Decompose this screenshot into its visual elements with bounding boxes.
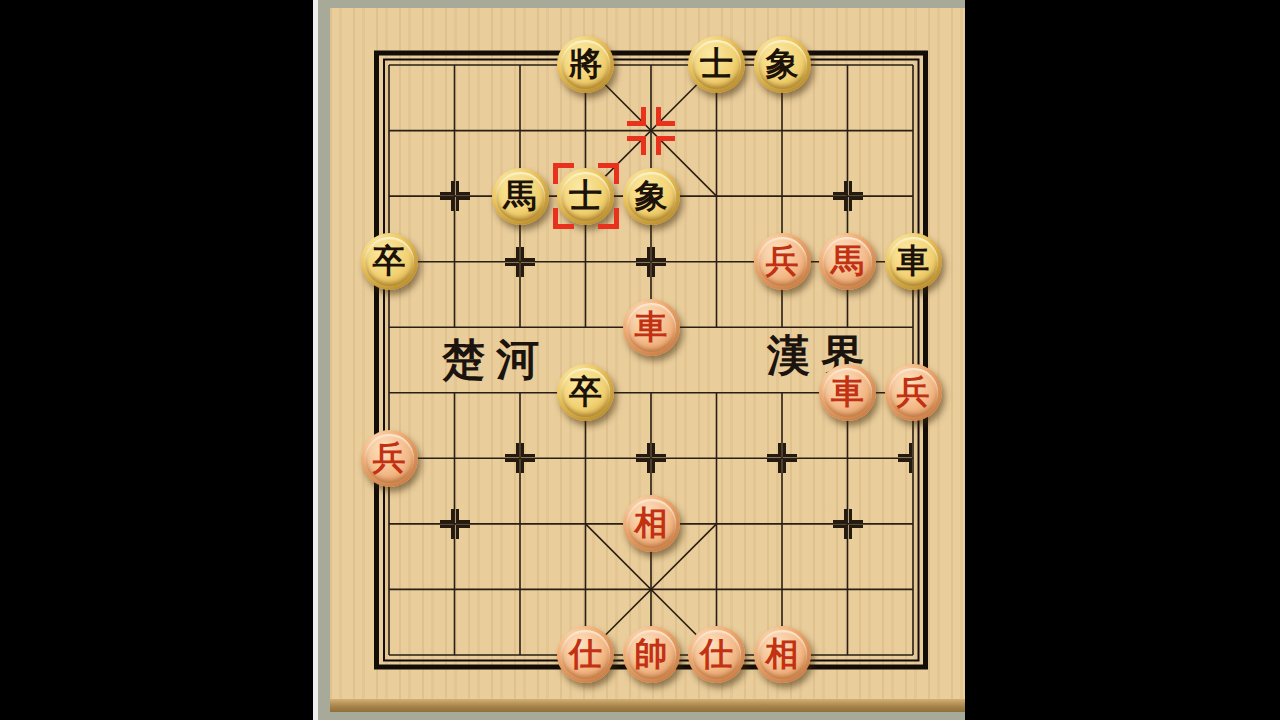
piece-character: 卒 [569, 375, 602, 408]
piece-character: 兵 [897, 375, 930, 408]
piece-character: 象 [635, 179, 668, 212]
star-point-mark [505, 443, 535, 473]
piece-black-elephant[interactable]: 象 [754, 36, 811, 93]
piece-character: 象 [766, 47, 799, 80]
piece-character: 相 [635, 506, 668, 539]
piece-black-chariot[interactable]: 車 [885, 233, 942, 290]
piece-character: 帥 [635, 637, 668, 670]
piece-character: 士 [700, 47, 733, 80]
piece-red-horse[interactable]: 馬 [819, 233, 876, 290]
last-move-from-marker [627, 107, 675, 155]
piece-character: 卒 [373, 244, 406, 277]
star-point-mark [636, 443, 666, 473]
piece-red-advisor[interactable]: 仕 [688, 626, 745, 683]
star-point-mark [833, 509, 863, 539]
piece-character: 仕 [700, 637, 733, 670]
piece-red-elephant[interactable]: 相 [623, 495, 680, 552]
star-point-mark [440, 181, 470, 211]
piece-character: 車 [635, 310, 668, 343]
piece-character: 仕 [569, 637, 602, 670]
piece-red-soldier[interactable]: 兵 [361, 430, 418, 487]
piece-red-soldier[interactable]: 兵 [754, 233, 811, 290]
star-point-mark [833, 181, 863, 211]
piece-red-chariot[interactable]: 車 [623, 299, 680, 356]
star-point-mark [440, 509, 470, 539]
star-point-mark [898, 443, 928, 473]
piece-black-elephant[interactable]: 象 [623, 168, 680, 225]
piece-character: 車 [897, 244, 930, 277]
board-grid[interactable]: 將士象馬士象卒車卒兵馬車車兵兵相仕帥仕相 [356, 32, 946, 687]
star-point-mark [505, 247, 535, 277]
piece-red-advisor[interactable]: 仕 [557, 626, 614, 683]
piece-character: 馬 [504, 179, 537, 212]
star-point-mark [636, 247, 666, 277]
game-stage: 楚河 漢界 將士象馬士象卒車卒兵馬車車兵兵相仕帥仕相 [313, 0, 965, 720]
piece-red-general[interactable]: 帥 [623, 626, 680, 683]
piece-black-soldier[interactable]: 卒 [557, 364, 614, 421]
piece-character: 相 [766, 637, 799, 670]
piece-character: 車 [831, 375, 864, 408]
left-edge-strip [313, 0, 318, 720]
piece-black-advisor[interactable]: 士 [688, 36, 745, 93]
piece-character: 將 [569, 47, 602, 80]
piece-red-elephant[interactable]: 相 [754, 626, 811, 683]
board-surface: 楚河 漢界 將士象馬士象卒車卒兵馬車車兵兵相仕帥仕相 [330, 8, 965, 712]
piece-character: 馬 [831, 244, 864, 277]
piece-red-chariot[interactable]: 車 [819, 364, 876, 421]
piece-character: 兵 [373, 441, 406, 474]
piece-black-horse[interactable]: 馬 [492, 168, 549, 225]
piece-character: 兵 [766, 244, 799, 277]
piece-red-soldier[interactable]: 兵 [885, 364, 942, 421]
last-move-to-marker [553, 163, 619, 229]
piece-black-general[interactable]: 將 [557, 36, 614, 93]
star-point-mark [767, 443, 797, 473]
piece-black-soldier[interactable]: 卒 [361, 233, 418, 290]
